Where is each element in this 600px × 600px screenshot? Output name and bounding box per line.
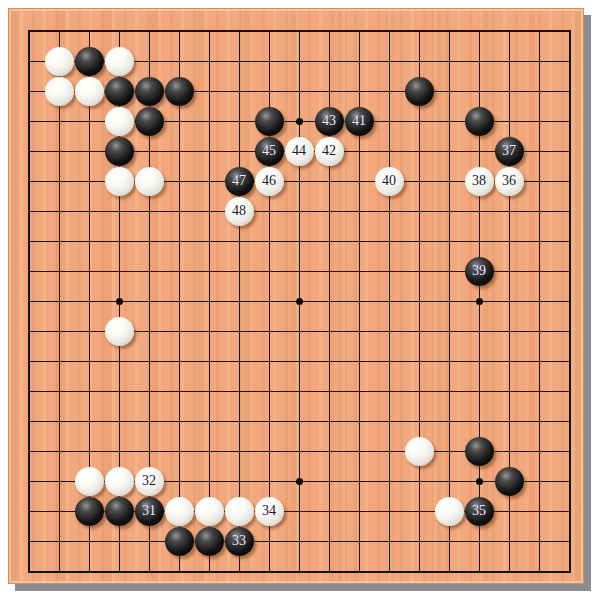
stone-black[interactable] bbox=[105, 497, 134, 526]
stone-black[interactable] bbox=[465, 437, 494, 466]
stone-black[interactable] bbox=[195, 527, 224, 556]
stone-white[interactable] bbox=[435, 497, 464, 526]
stone-white-42[interactable]: 42 bbox=[315, 137, 344, 166]
stone-black[interactable] bbox=[105, 137, 134, 166]
stone-white-34[interactable]: 34 bbox=[255, 497, 284, 526]
stone-white[interactable] bbox=[75, 77, 104, 106]
stone-black-39[interactable]: 39 bbox=[465, 257, 494, 286]
stone-white-44[interactable]: 44 bbox=[285, 137, 314, 166]
stone-black-35[interactable]: 35 bbox=[465, 497, 494, 526]
stone-white[interactable] bbox=[105, 467, 134, 496]
stone-white[interactable] bbox=[225, 497, 254, 526]
stone-white[interactable] bbox=[105, 167, 134, 196]
stone-white-46[interactable]: 46 bbox=[255, 167, 284, 196]
stone-black-45[interactable]: 45 bbox=[255, 137, 284, 166]
stone-white[interactable] bbox=[405, 437, 434, 466]
stone-black[interactable] bbox=[165, 527, 194, 556]
stone-black[interactable] bbox=[255, 107, 284, 136]
stone-black[interactable] bbox=[75, 47, 104, 76]
stone-black[interactable] bbox=[405, 77, 434, 106]
stone-black-37[interactable]: 37 bbox=[495, 137, 524, 166]
stone-black[interactable] bbox=[495, 467, 524, 496]
stone-white[interactable] bbox=[105, 317, 134, 346]
stone-black-47[interactable]: 47 bbox=[225, 167, 254, 196]
stone-white[interactable] bbox=[135, 167, 164, 196]
stone-black[interactable] bbox=[135, 77, 164, 106]
stone-white[interactable] bbox=[75, 467, 104, 496]
stone-white[interactable] bbox=[195, 497, 224, 526]
stone-black[interactable] bbox=[165, 77, 194, 106]
stone-black[interactable] bbox=[135, 107, 164, 136]
stone-black-31[interactable]: 31 bbox=[135, 497, 164, 526]
stone-black[interactable] bbox=[465, 107, 494, 136]
stone-white-36[interactable]: 36 bbox=[495, 167, 524, 196]
stone-white[interactable] bbox=[45, 47, 74, 76]
stone-white[interactable] bbox=[45, 77, 74, 106]
stone-white-40[interactable]: 40 bbox=[375, 167, 404, 196]
stone-white[interactable] bbox=[165, 497, 194, 526]
stone-white-48[interactable]: 48 bbox=[225, 197, 254, 226]
stone-black-33[interactable]: 33 bbox=[225, 527, 254, 556]
stone-black-41[interactable]: 41 bbox=[345, 107, 374, 136]
stone-white[interactable] bbox=[105, 107, 134, 136]
stone-white-32[interactable]: 32 bbox=[135, 467, 164, 496]
stone-black[interactable] bbox=[105, 77, 134, 106]
stone-white[interactable] bbox=[105, 47, 134, 76]
stones-layer[interactable]: 434145444237474640383648393231343533 bbox=[14, 16, 584, 586]
page: 434145444237474640383648393231343533 bbox=[0, 0, 600, 600]
stone-black-43[interactable]: 43 bbox=[315, 107, 344, 136]
go-board[interactable]: 434145444237474640383648393231343533 bbox=[8, 8, 584, 584]
stone-white-38[interactable]: 38 bbox=[465, 167, 494, 196]
stone-black[interactable] bbox=[75, 497, 104, 526]
